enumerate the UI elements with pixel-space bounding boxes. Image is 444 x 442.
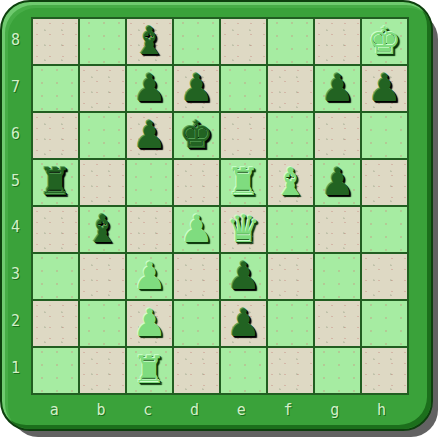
square-a2[interactable] bbox=[33, 301, 78, 346]
square-b4[interactable]: ♝ bbox=[80, 207, 125, 252]
file-label-e: e bbox=[218, 393, 265, 427]
square-h7[interactable]: ♟ bbox=[362, 66, 407, 111]
square-c1[interactable]: ♜ bbox=[127, 348, 172, 393]
square-c3[interactable]: ♟ bbox=[127, 254, 172, 299]
square-h4[interactable] bbox=[362, 207, 407, 252]
file-label-g: g bbox=[312, 393, 359, 427]
square-g6[interactable] bbox=[315, 113, 360, 158]
file-label-h: h bbox=[358, 393, 405, 427]
white-bishop[interactable]: ♝ bbox=[273, 160, 307, 205]
square-h5[interactable] bbox=[362, 160, 407, 205]
square-a6[interactable] bbox=[33, 113, 78, 158]
square-c7[interactable]: ♟ bbox=[127, 66, 172, 111]
file-label-d: d bbox=[171, 393, 218, 427]
square-c5[interactable] bbox=[127, 160, 172, 205]
black-pawn[interactable]: ♟ bbox=[367, 66, 401, 111]
square-e6[interactable] bbox=[221, 113, 266, 158]
rank-labels: 87654321 bbox=[0, 17, 31, 391]
square-b7[interactable] bbox=[80, 66, 125, 111]
square-g3[interactable] bbox=[315, 254, 360, 299]
square-a1[interactable] bbox=[33, 348, 78, 393]
square-f4[interactable] bbox=[268, 207, 313, 252]
rank-label-2: 2 bbox=[0, 298, 31, 345]
rank-label-7: 7 bbox=[0, 64, 31, 111]
square-h1[interactable] bbox=[362, 348, 407, 393]
square-d7[interactable]: ♟ bbox=[174, 66, 219, 111]
square-b8[interactable] bbox=[80, 19, 125, 64]
file-label-b: b bbox=[78, 393, 125, 427]
black-pawn[interactable]: ♟ bbox=[226, 254, 260, 299]
white-pawn[interactable]: ♟ bbox=[179, 207, 213, 252]
square-a8[interactable] bbox=[33, 19, 78, 64]
black-rook[interactable]: ♜ bbox=[38, 160, 72, 205]
square-h6[interactable] bbox=[362, 113, 407, 158]
square-f8[interactable] bbox=[268, 19, 313, 64]
file-label-f: f bbox=[265, 393, 312, 427]
black-pawn[interactable]: ♟ bbox=[179, 66, 213, 111]
white-pawn[interactable]: ♟ bbox=[132, 301, 166, 346]
square-d4[interactable]: ♟ bbox=[174, 207, 219, 252]
square-b2[interactable] bbox=[80, 301, 125, 346]
square-d8[interactable] bbox=[174, 19, 219, 64]
square-b5[interactable] bbox=[80, 160, 125, 205]
square-e1[interactable] bbox=[221, 348, 266, 393]
black-pawn[interactable]: ♟ bbox=[320, 160, 354, 205]
square-a7[interactable] bbox=[33, 66, 78, 111]
square-g5[interactable]: ♟ bbox=[315, 160, 360, 205]
square-d2[interactable] bbox=[174, 301, 219, 346]
square-b1[interactable] bbox=[80, 348, 125, 393]
black-bishop[interactable]: ♝ bbox=[132, 19, 166, 64]
black-king[interactable]: ♚ bbox=[179, 113, 213, 158]
square-a4[interactable] bbox=[33, 207, 78, 252]
square-f6[interactable] bbox=[268, 113, 313, 158]
square-c4[interactable] bbox=[127, 207, 172, 252]
board: ♝♚♟♟♟♟♟♚♜♜♝♟♝♟♛♟♟♟♟♜ bbox=[31, 17, 409, 395]
file-label-c: c bbox=[125, 393, 172, 427]
rank-label-8: 8 bbox=[0, 17, 31, 64]
square-e7[interactable] bbox=[221, 66, 266, 111]
square-f2[interactable] bbox=[268, 301, 313, 346]
square-c2[interactable]: ♟ bbox=[127, 301, 172, 346]
chess-app-window: 87654321 abcdefgh ♝♚♟♟♟♟♟♚♜♜♝♟♝♟♛♟♟♟♟♜ bbox=[0, 0, 444, 442]
square-a3[interactable] bbox=[33, 254, 78, 299]
square-g8[interactable] bbox=[315, 19, 360, 64]
square-d6[interactable]: ♚ bbox=[174, 113, 219, 158]
rank-label-5: 5 bbox=[0, 157, 31, 204]
black-pawn[interactable]: ♟ bbox=[132, 113, 166, 158]
square-h8[interactable]: ♚ bbox=[362, 19, 407, 64]
square-e8[interactable] bbox=[221, 19, 266, 64]
rank-label-4: 4 bbox=[0, 204, 31, 251]
square-e5[interactable]: ♜ bbox=[221, 160, 266, 205]
square-f1[interactable] bbox=[268, 348, 313, 393]
square-g2[interactable] bbox=[315, 301, 360, 346]
white-pawn[interactable]: ♟ bbox=[132, 254, 166, 299]
square-f7[interactable] bbox=[268, 66, 313, 111]
black-bishop[interactable]: ♝ bbox=[85, 207, 119, 252]
square-c8[interactable]: ♝ bbox=[127, 19, 172, 64]
square-b6[interactable] bbox=[80, 113, 125, 158]
white-rook[interactable]: ♜ bbox=[132, 348, 166, 393]
square-e2[interactable]: ♟ bbox=[221, 301, 266, 346]
square-d5[interactable] bbox=[174, 160, 219, 205]
square-h3[interactable] bbox=[362, 254, 407, 299]
square-f5[interactable]: ♝ bbox=[268, 160, 313, 205]
rank-label-3: 3 bbox=[0, 251, 31, 298]
square-c6[interactable]: ♟ bbox=[127, 113, 172, 158]
square-f3[interactable] bbox=[268, 254, 313, 299]
black-pawn[interactable]: ♟ bbox=[320, 66, 354, 111]
file-label-a: a bbox=[31, 393, 78, 427]
square-h2[interactable] bbox=[362, 301, 407, 346]
rank-label-1: 1 bbox=[0, 344, 31, 391]
black-pawn[interactable]: ♟ bbox=[132, 66, 166, 111]
square-e4[interactable]: ♛ bbox=[221, 207, 266, 252]
file-labels: abcdefgh bbox=[31, 393, 405, 427]
rank-label-6: 6 bbox=[0, 111, 31, 158]
black-pawn[interactable]: ♟ bbox=[226, 301, 260, 346]
square-d3[interactable] bbox=[174, 254, 219, 299]
square-g7[interactable]: ♟ bbox=[315, 66, 360, 111]
square-a5[interactable]: ♜ bbox=[33, 160, 78, 205]
square-d1[interactable] bbox=[174, 348, 219, 393]
white-king[interactable]: ♚ bbox=[367, 19, 401, 64]
square-b3[interactable] bbox=[80, 254, 125, 299]
square-g1[interactable] bbox=[315, 348, 360, 393]
white-queen[interactable]: ♛ bbox=[226, 207, 260, 252]
square-g4[interactable] bbox=[315, 207, 360, 252]
square-e3[interactable]: ♟ bbox=[221, 254, 266, 299]
white-rook[interactable]: ♜ bbox=[226, 160, 260, 205]
